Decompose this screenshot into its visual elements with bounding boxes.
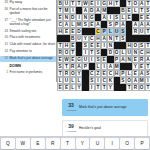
clue-number: 32: [0, 50, 10, 54]
clue-card-direction: ACROSS: [65, 130, 77, 133]
clue-number: 29: [0, 30, 10, 34]
keyboard-key[interactable]: T: [61, 138, 75, 149]
keyboard-key[interactable]: Y: [76, 138, 90, 149]
keyboard-key[interactable]: Q: [1, 138, 15, 149]
keyboard-key[interactable]: O: [120, 138, 134, 149]
clue-item[interactable]: 1 First name in perfumes: [0, 70, 56, 76]
clue-text: First name in perfumes: [10, 71, 56, 75]
grid-cell[interactable]: E: [145, 14, 150, 21]
crossword-grid[interactable]: BUTTWEIGHTTOATTMIADAMBELTSENDINGAISLEEEC…: [56, 0, 150, 82]
grid-cell[interactable]: A: [145, 56, 150, 63]
across-clue-list: 25 Fly away 26 Part of a movie that can …: [0, 0, 56, 62]
clue-item[interactable]: 27 "___! The flight attendant just wante…: [0, 18, 56, 28]
grid-cell[interactable]: H: [145, 49, 150, 56]
keyboard: Q W E R T Y U I O P: [0, 136, 150, 150]
grid-cell[interactable]: S: [145, 7, 150, 14]
clue-card-direction: ACROSS: [65, 109, 77, 112]
grid-cell[interactable]: T: [145, 84, 150, 91]
clue-number: 33: [0, 57, 10, 61]
clue-text: "___! The flight attendant just wanted a…: [10, 19, 56, 27]
clue-item[interactable]: 31 Club with travel advice, for short: [0, 42, 56, 48]
clue-text: Club with travel advice, for short: [10, 43, 56, 47]
grid-cell[interactable]: S: [145, 70, 150, 77]
clue-number: 1: [0, 71, 10, 75]
keyboard-key[interactable]: R: [46, 138, 60, 149]
clue-card-text: Heckler's goal: [77, 126, 145, 130]
clue-text: Mark that's just above average: [10, 57, 56, 61]
grid-cell[interactable]: T: [145, 63, 150, 70]
clue-number: 27: [0, 19, 10, 23]
clue-item[interactable]: 25 Fly away: [0, 0, 56, 6]
clue-number: 30: [0, 36, 10, 40]
grid-cell[interactable]: T: [145, 42, 150, 49]
crossword-app: 25 Fly away 26 Part of a movie that can …: [0, 0, 150, 150]
clue-item[interactable]: 29 Smooth sailing site: [0, 29, 56, 35]
clue-text: Pay attention to: [10, 50, 56, 54]
clue-card-list: 33 ACROSS Mark that's just above average…: [62, 99, 148, 141]
clue-text: Part of a movie that can be spoiled: [10, 8, 56, 16]
clue-text: Smooth sailing site: [10, 30, 56, 34]
keyboard-key[interactable]: I: [105, 138, 119, 149]
clue-card[interactable]: 39 ACROSS Heckler's goal: [62, 120, 148, 137]
down-clue-list: 1 First name in perfumes: [0, 70, 56, 76]
keyboard-key[interactable]: W: [16, 138, 30, 149]
grid-cell[interactable]: T: [145, 28, 150, 35]
block-cell: [145, 35, 150, 42]
grid-cell[interactable]: T: [145, 0, 150, 7]
down-section-header: DOWN: [10, 64, 57, 68]
clue-card-number-block: 39 ACROSS: [65, 124, 77, 133]
clue-card-number-block: 33 ACROSS: [65, 103, 77, 112]
grid-cell[interactable]: I: [145, 77, 150, 84]
keyboard-key[interactable]: U: [90, 138, 104, 149]
clue-card[interactable]: 33 ACROSS Mark that's just above average: [62, 99, 148, 116]
clue-number: 26: [0, 8, 10, 12]
clue-card-text: Mark that's just above average: [77, 105, 145, 109]
clue-item[interactable]: 33 Mark that's just above average: [0, 56, 56, 62]
clue-item[interactable]: 26 Part of a movie that can be spoiled: [0, 7, 56, 17]
keyboard-key[interactable]: P: [135, 138, 149, 149]
clue-item[interactable]: 32 Pay attention to: [0, 49, 56, 55]
keyboard-key[interactable]: E: [31, 138, 45, 149]
clue-number: 25: [0, 1, 10, 5]
grid-cell[interactable]: A: [145, 21, 150, 28]
clue-list-panel: 25 Fly away 26 Part of a movie that can …: [0, 0, 56, 100]
clue-text: Fly away: [10, 1, 56, 5]
clue-number: 31: [0, 43, 10, 47]
clue-text: Place with treatments: [10, 36, 56, 40]
clue-item[interactable]: 30 Place with treatments: [0, 35, 56, 41]
